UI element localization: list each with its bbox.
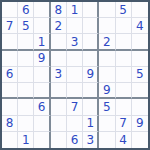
cell-r8c1[interactable]: 8	[2, 116, 18, 132]
cell-r3c4[interactable]	[51, 34, 67, 50]
cell-r1c3[interactable]	[34, 2, 50, 18]
cell-r7c7[interactable]: 5	[99, 99, 115, 115]
cell-r6c4[interactable]	[51, 83, 67, 99]
cell-r9c5[interactable]: 6	[67, 132, 83, 148]
cell-r9c7[interactable]	[99, 132, 115, 148]
cell-r5c4[interactable]: 3	[51, 67, 67, 83]
cell-r7c6[interactable]	[83, 99, 99, 115]
cell-r4c4[interactable]	[51, 51, 67, 67]
cell-r3c3[interactable]: 1	[34, 34, 50, 50]
cell-r1c1[interactable]	[2, 2, 18, 18]
cell-r2c1[interactable]: 7	[2, 18, 18, 34]
cell-r1c6[interactable]	[83, 2, 99, 18]
cell-r7c4[interactable]	[51, 99, 67, 115]
cell-r4c5[interactable]	[67, 51, 83, 67]
cell-r8c7[interactable]	[99, 116, 115, 132]
cell-r2c7[interactable]	[99, 18, 115, 34]
cell-r1c2[interactable]: 6	[18, 2, 34, 18]
cell-r9c4[interactable]	[51, 132, 67, 148]
cell-r6c9[interactable]	[132, 83, 148, 99]
cell-r6c7[interactable]: 9	[99, 83, 115, 99]
cell-r9c3[interactable]	[34, 132, 50, 148]
cell-r3c7[interactable]: 2	[99, 34, 115, 50]
cell-r5c9[interactable]: 5	[132, 67, 148, 83]
cell-r1c8[interactable]: 5	[116, 2, 132, 18]
cell-r3c2[interactable]	[18, 34, 34, 50]
cell-r3c6[interactable]	[83, 34, 99, 50]
cell-r4c2[interactable]	[18, 51, 34, 67]
cell-r5c7[interactable]	[99, 67, 115, 83]
cell-r1c7[interactable]	[99, 2, 115, 18]
cell-r3c1[interactable]	[2, 34, 18, 50]
cell-r9c9[interactable]	[132, 132, 148, 148]
cell-r2c8[interactable]	[116, 18, 132, 34]
cell-r8c5[interactable]	[67, 116, 83, 132]
cell-r6c8[interactable]	[116, 83, 132, 99]
cell-r7c5[interactable]: 7	[67, 99, 83, 115]
cell-r6c3[interactable]	[34, 83, 50, 99]
cell-r4c7[interactable]	[99, 51, 115, 67]
cell-r1c9[interactable]	[132, 2, 148, 18]
cell-r1c5[interactable]: 1	[67, 2, 83, 18]
cell-r6c1[interactable]	[2, 83, 18, 99]
cell-r5c3[interactable]	[34, 67, 50, 83]
cell-r2c3[interactable]	[34, 18, 50, 34]
cell-r9c2[interactable]: 1	[18, 132, 34, 148]
cell-r8c8[interactable]: 7	[116, 116, 132, 132]
cell-r2c5[interactable]	[67, 18, 83, 34]
cell-r8c6[interactable]: 1	[83, 116, 99, 132]
cell-r9c8[interactable]: 4	[116, 132, 132, 148]
cell-r5c6[interactable]: 9	[83, 67, 99, 83]
cell-r7c1[interactable]	[2, 99, 18, 115]
cell-r3c5[interactable]: 3	[67, 34, 83, 50]
cell-r6c6[interactable]	[83, 83, 99, 99]
cell-r6c5[interactable]	[67, 83, 83, 99]
cell-r8c4[interactable]	[51, 116, 67, 132]
cell-r4c6[interactable]	[83, 51, 99, 67]
cell-r2c6[interactable]	[83, 18, 99, 34]
cell-r9c6[interactable]: 3	[83, 132, 99, 148]
cell-r2c2[interactable]: 5	[18, 18, 34, 34]
cell-r8c2[interactable]	[18, 116, 34, 132]
cell-r4c1[interactable]	[2, 51, 18, 67]
cell-r2c4[interactable]: 2	[51, 18, 67, 34]
cell-r5c2[interactable]	[18, 67, 34, 83]
cell-r7c2[interactable]	[18, 99, 34, 115]
cell-r4c9[interactable]	[132, 51, 148, 67]
cell-r6c2[interactable]	[18, 83, 34, 99]
cell-r8c9[interactable]: 9	[132, 116, 148, 132]
cell-r3c8[interactable]	[116, 34, 132, 50]
cell-r5c8[interactable]	[116, 67, 132, 83]
cell-r5c1[interactable]: 6	[2, 67, 18, 83]
cell-r9c1[interactable]	[2, 132, 18, 148]
cell-r2c9[interactable]: 4	[132, 18, 148, 34]
cell-r8c3[interactable]	[34, 116, 50, 132]
cell-r5c5[interactable]	[67, 67, 83, 83]
cell-r4c8[interactable]	[116, 51, 132, 67]
cell-r7c9[interactable]	[132, 99, 148, 115]
cell-r1c4[interactable]: 8	[51, 2, 67, 18]
cell-r7c3[interactable]: 6	[34, 99, 50, 115]
sudoku-board: 6815752413296395967581791634	[0, 0, 150, 150]
cell-r3c9[interactable]	[132, 34, 148, 50]
cell-r4c3[interactable]: 9	[34, 51, 50, 67]
cell-r7c8[interactable]	[116, 99, 132, 115]
